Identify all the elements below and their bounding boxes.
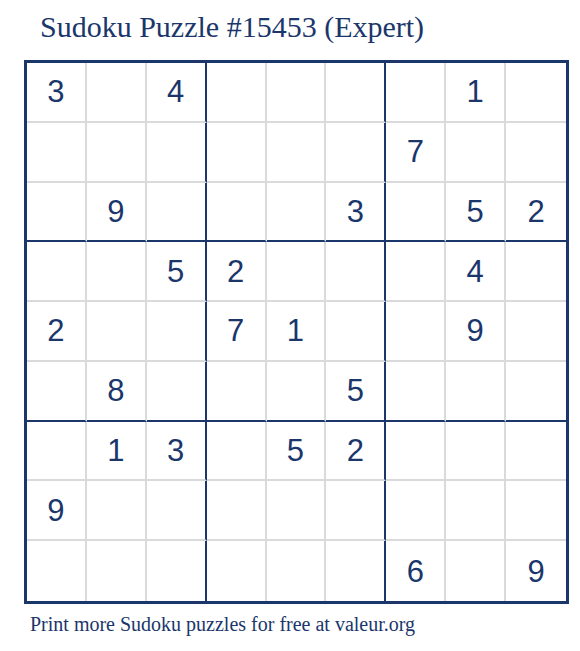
cell-r9c8 — [446, 541, 506, 601]
footer-text: Print more Sudoku puzzles for free at va… — [30, 613, 415, 636]
cell-r7c3: 3 — [147, 422, 207, 482]
cell-r7c1 — [27, 422, 87, 482]
cell-r8c9 — [506, 481, 566, 541]
cell-r3c9: 2 — [506, 183, 566, 243]
cell-r5c2 — [87, 302, 147, 362]
cell-r2c2 — [87, 123, 147, 183]
page-title: Sudoku Puzzle #15453 (Expert) — [40, 10, 424, 44]
cell-r7c4 — [207, 422, 267, 482]
cell-r9c3 — [147, 541, 207, 601]
cell-r8c6 — [326, 481, 386, 541]
cell-r9c1 — [27, 541, 87, 601]
cell-r5c7 — [386, 302, 446, 362]
cell-r4c1 — [27, 242, 87, 302]
cell-r1c4 — [207, 63, 267, 123]
cell-r5c8: 9 — [446, 302, 506, 362]
cell-r3c8: 5 — [446, 183, 506, 243]
cell-r1c9 — [506, 63, 566, 123]
cell-r1c3: 4 — [147, 63, 207, 123]
cell-r5c9 — [506, 302, 566, 362]
cell-r6c1 — [27, 362, 87, 422]
cell-r9c2 — [87, 541, 147, 601]
cell-r7c7 — [386, 422, 446, 482]
cell-r7c2: 1 — [87, 422, 147, 482]
cell-r2c1 — [27, 123, 87, 183]
cell-r5c5: 1 — [267, 302, 327, 362]
cell-r8c3 — [147, 481, 207, 541]
cell-r4c9 — [506, 242, 566, 302]
cell-r4c5 — [267, 242, 327, 302]
cell-r2c8 — [446, 123, 506, 183]
cell-r7c9 — [506, 422, 566, 482]
cell-r1c2 — [87, 63, 147, 123]
cell-r8c7 — [386, 481, 446, 541]
cell-r6c5 — [267, 362, 327, 422]
cell-r7c6: 2 — [326, 422, 386, 482]
cell-r9c4 — [207, 541, 267, 601]
cell-r6c6: 5 — [326, 362, 386, 422]
cell-r5c4: 7 — [207, 302, 267, 362]
cell-r2c4 — [207, 123, 267, 183]
cell-r6c9 — [506, 362, 566, 422]
cell-r3c2: 9 — [87, 183, 147, 243]
cell-r8c1: 9 — [27, 481, 87, 541]
cell-r2c7: 7 — [386, 123, 446, 183]
cell-r9c5 — [267, 541, 327, 601]
cell-r4c7 — [386, 242, 446, 302]
cell-r2c6 — [326, 123, 386, 183]
cell-r4c2 — [87, 242, 147, 302]
cell-r8c2 — [87, 481, 147, 541]
cell-r3c3 — [147, 183, 207, 243]
cell-r3c1 — [27, 183, 87, 243]
cell-r3c4 — [207, 183, 267, 243]
cell-r1c5 — [267, 63, 327, 123]
cell-r4c4: 2 — [207, 242, 267, 302]
cell-r4c8: 4 — [446, 242, 506, 302]
cell-r3c6: 3 — [326, 183, 386, 243]
cell-r4c3: 5 — [147, 242, 207, 302]
cell-r1c8: 1 — [446, 63, 506, 123]
cell-r2c3 — [147, 123, 207, 183]
cell-r3c7 — [386, 183, 446, 243]
cell-r5c1: 2 — [27, 302, 87, 362]
cell-r4c6 — [326, 242, 386, 302]
cell-r1c6 — [326, 63, 386, 123]
cell-r5c3 — [147, 302, 207, 362]
cell-r6c3 — [147, 362, 207, 422]
cell-r6c7 — [386, 362, 446, 422]
sudoku-board: 341793525242719851352969 — [24, 60, 569, 604]
cell-r8c8 — [446, 481, 506, 541]
cell-r9c6 — [326, 541, 386, 601]
cell-r2c9 — [506, 123, 566, 183]
cell-r9c9: 9 — [506, 541, 566, 601]
cell-r1c7 — [386, 63, 446, 123]
cell-r5c6 — [326, 302, 386, 362]
cell-r6c2: 8 — [87, 362, 147, 422]
cell-r2c5 — [267, 123, 327, 183]
cell-r8c5 — [267, 481, 327, 541]
cell-r3c5 — [267, 183, 327, 243]
cell-r7c8 — [446, 422, 506, 482]
cell-r6c4 — [207, 362, 267, 422]
cell-r7c5: 5 — [267, 422, 327, 482]
cell-r8c4 — [207, 481, 267, 541]
cell-r6c8 — [446, 362, 506, 422]
cell-r1c1: 3 — [27, 63, 87, 123]
cell-r9c7: 6 — [386, 541, 446, 601]
